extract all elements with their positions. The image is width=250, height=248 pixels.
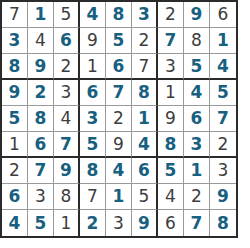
cell-r9c5[interactable]: 3 [106,210,132,236]
cell-r9c8[interactable]: 7 [184,210,210,236]
cell-r3c1[interactable]: 8 [2,54,28,80]
cell-r2c9[interactable]: 1 [210,28,236,54]
cell-r2c7[interactable]: 7 [158,28,184,54]
cell-r4c2[interactable]: 2 [28,80,54,106]
cell-r9c6[interactable]: 9 [132,210,158,236]
cell-r6c3[interactable]: 7 [54,132,80,158]
cell-r3c7[interactable]: 3 [158,54,184,80]
cell-r3c2[interactable]: 9 [28,54,54,80]
cell-r4c5[interactable]: 7 [106,80,132,106]
cell-r9c4[interactable]: 2 [80,210,106,236]
cell-r8c9[interactable]: 9 [210,184,236,210]
cell-r1c6[interactable]: 3 [132,2,158,28]
cell-r7c7[interactable]: 5 [158,158,184,184]
cell-r8c4[interactable]: 7 [80,184,106,210]
cell-r6c1[interactable]: 1 [2,132,28,158]
cell-r9c1[interactable]: 4 [2,210,28,236]
cell-r6c6[interactable]: 4 [132,132,158,158]
cell-r1c3[interactable]: 5 [54,2,80,28]
cell-r5c2[interactable]: 8 [28,106,54,132]
cell-r6c5[interactable]: 9 [106,132,132,158]
cell-r4c9[interactable]: 5 [210,80,236,106]
cell-r3c8[interactable]: 5 [184,54,210,80]
cell-r1c5[interactable]: 8 [106,2,132,28]
cell-r2c4[interactable]: 9 [80,28,106,54]
cell-r5c9[interactable]: 7 [210,106,236,132]
cell-r2c5[interactable]: 5 [106,28,132,54]
cell-r6c9[interactable]: 2 [210,132,236,158]
cell-r5c6[interactable]: 1 [132,106,158,132]
cell-r8c8[interactable]: 2 [184,184,210,210]
cell-r2c2[interactable]: 4 [28,28,54,54]
cell-r3c9[interactable]: 4 [210,54,236,80]
cell-r8c5[interactable]: 1 [106,184,132,210]
cell-r7c4[interactable]: 8 [80,158,106,184]
cell-r3c5[interactable]: 6 [106,54,132,80]
cell-r1c4[interactable]: 4 [80,2,106,28]
cell-r7c5[interactable]: 4 [106,158,132,184]
cell-r7c3[interactable]: 9 [54,158,80,184]
cell-r8c2[interactable]: 3 [28,184,54,210]
cell-r1c9[interactable]: 6 [210,2,236,28]
sudoku-grid: 7154832963469527818921673549236781455843… [0,0,238,238]
cell-r1c8[interactable]: 9 [184,2,210,28]
cell-r5c8[interactable]: 6 [184,106,210,132]
cell-r9c2[interactable]: 5 [28,210,54,236]
cell-r7c9[interactable]: 3 [210,158,236,184]
cell-r2c3[interactable]: 6 [54,28,80,54]
cell-r5c3[interactable]: 4 [54,106,80,132]
cell-r8c6[interactable]: 5 [132,184,158,210]
cell-r6c7[interactable]: 8 [158,132,184,158]
cell-r5c1[interactable]: 5 [2,106,28,132]
cell-r9c7[interactable]: 6 [158,210,184,236]
cell-r1c1[interactable]: 7 [2,2,28,28]
cell-r3c6[interactable]: 7 [132,54,158,80]
cell-r6c4[interactable]: 5 [80,132,106,158]
cell-r1c2[interactable]: 1 [28,2,54,28]
cell-r7c8[interactable]: 1 [184,158,210,184]
cell-r7c2[interactable]: 7 [28,158,54,184]
cell-r6c8[interactable]: 3 [184,132,210,158]
cell-r9c3[interactable]: 1 [54,210,80,236]
cell-r6c2[interactable]: 6 [28,132,54,158]
cell-r7c6[interactable]: 6 [132,158,158,184]
cell-r8c7[interactable]: 4 [158,184,184,210]
cell-r5c4[interactable]: 3 [80,106,106,132]
cell-r4c4[interactable]: 6 [80,80,106,106]
cell-r2c1[interactable]: 3 [2,28,28,54]
cell-r4c7[interactable]: 1 [158,80,184,106]
cell-r3c3[interactable]: 2 [54,54,80,80]
cell-r8c3[interactable]: 8 [54,184,80,210]
cell-r8c1[interactable]: 6 [2,184,28,210]
cell-r3c4[interactable]: 1 [80,54,106,80]
cell-r4c8[interactable]: 4 [184,80,210,106]
cell-r2c6[interactable]: 2 [132,28,158,54]
cell-r1c7[interactable]: 2 [158,2,184,28]
cell-r4c1[interactable]: 9 [2,80,28,106]
cell-r9c9[interactable]: 8 [210,210,236,236]
cell-r5c5[interactable]: 2 [106,106,132,132]
cell-r4c3[interactable]: 3 [54,80,80,106]
cell-r4c6[interactable]: 8 [132,80,158,106]
cell-r5c7[interactable]: 9 [158,106,184,132]
cell-r7c1[interactable]: 2 [2,158,28,184]
cell-r2c8[interactable]: 8 [184,28,210,54]
